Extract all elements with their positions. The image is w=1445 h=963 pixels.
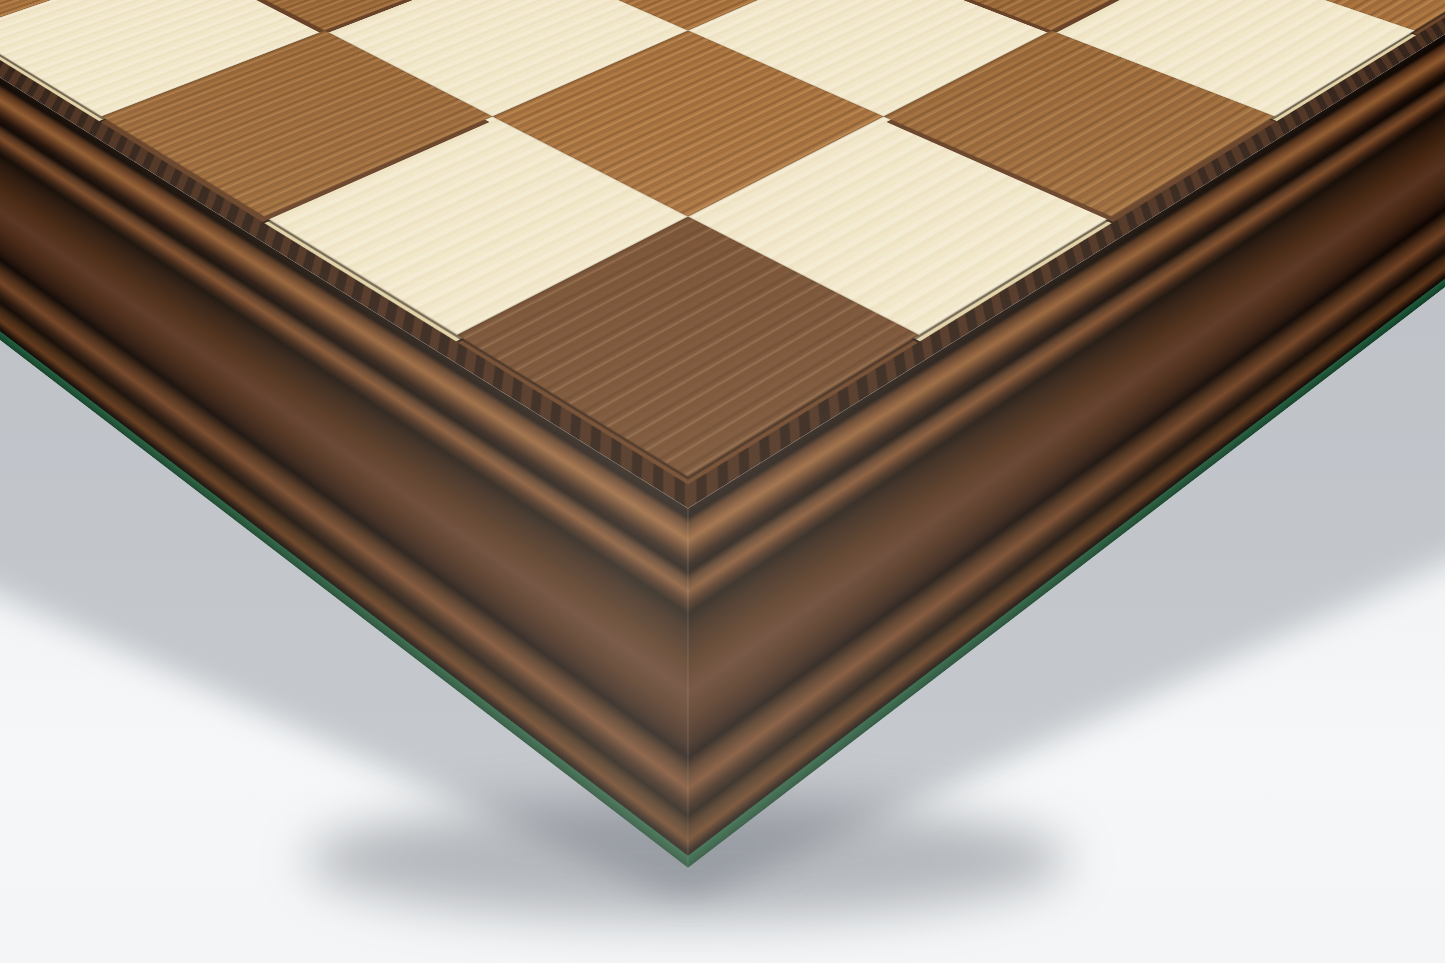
square-a5	[0, 0, 179, 31]
square-b2	[492, 31, 883, 217]
product-photo	[0, 0, 1445, 963]
chessboard	[0, 0, 1445, 508]
square-c3	[518, 0, 857, 31]
square-b4	[179, 0, 518, 31]
square-b3	[324, 0, 687, 116]
square-d2	[857, 0, 1196, 31]
square-e1	[1196, 0, 1445, 31]
square-a4	[0, 0, 324, 116]
square-c2	[688, 0, 1051, 116]
